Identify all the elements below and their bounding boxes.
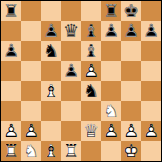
piece-glyph-outline: ♙	[141, 21, 161, 41]
square-b2[interactable]: ♟♙	[21, 121, 41, 141]
square-h1[interactable]	[141, 141, 161, 161]
square-h6[interactable]	[141, 41, 161, 61]
piece-glyph-outline: ♖	[1, 1, 21, 21]
piece-glyph-outline: ♙	[21, 121, 41, 141]
piece-glyph-outline: ♗	[81, 21, 101, 41]
square-e7[interactable]: ♝♗	[81, 21, 101, 41]
piece-black-rook[interactable]: ♜♖	[1, 1, 21, 21]
square-b6[interactable]	[21, 41, 41, 61]
square-a6[interactable]: ♟♙	[1, 41, 21, 61]
piece-black-pawn[interactable]: ♟♙	[1, 41, 21, 61]
square-h4[interactable]	[141, 81, 161, 101]
square-e6[interactable]: ♝♗	[81, 41, 101, 61]
square-g6[interactable]	[121, 41, 141, 61]
piece-glyph-outline: ♔	[121, 1, 141, 21]
square-h2[interactable]: ♟♙	[141, 121, 161, 141]
piece-white-rook[interactable]: ♜♖	[61, 141, 81, 161]
piece-glyph-outline: ♙	[121, 21, 141, 41]
piece-black-pawn[interactable]: ♟♙	[101, 21, 121, 41]
square-h5[interactable]	[141, 61, 161, 81]
square-b5[interactable]	[21, 61, 41, 81]
piece-black-pawn[interactable]: ♟♙	[141, 21, 161, 41]
piece-white-pawn[interactable]: ♟♙	[141, 121, 161, 141]
square-g2[interactable]: ♟♙	[121, 121, 141, 141]
piece-black-knight[interactable]: ♞♘	[41, 41, 61, 61]
piece-black-rook[interactable]: ♜♖	[101, 1, 121, 21]
piece-white-pawn[interactable]: ♟♙	[121, 121, 141, 141]
piece-glyph-outline: ♕	[81, 121, 101, 141]
square-g5[interactable]	[121, 61, 141, 81]
square-a3[interactable]	[1, 101, 21, 121]
square-a5[interactable]	[1, 61, 21, 81]
square-a8[interactable]: ♜♖	[1, 1, 21, 21]
piece-white-king[interactable]: ♚♔	[121, 141, 141, 161]
square-c1[interactable]: ♝♗	[41, 141, 61, 161]
square-d6[interactable]	[61, 41, 81, 61]
piece-black-knight[interactable]: ♞♘	[81, 81, 101, 101]
square-c2[interactable]	[41, 121, 61, 141]
piece-black-bishop[interactable]: ♝♗	[81, 41, 101, 61]
square-a1[interactable]: ♜♖	[1, 141, 21, 161]
piece-glyph-outline: ♙	[41, 21, 61, 41]
square-c8[interactable]	[41, 1, 61, 21]
piece-glyph-outline: ♙	[1, 121, 21, 141]
piece-white-queen[interactable]: ♛♕	[81, 121, 101, 141]
piece-glyph-outline: ♖	[61, 141, 81, 161]
piece-black-pawn[interactable]: ♟♙	[61, 61, 81, 81]
square-f3[interactable]: ♞♘	[101, 101, 121, 121]
piece-glyph-outline: ♘	[101, 101, 121, 121]
square-c4[interactable]: ♝♗	[41, 81, 61, 101]
piece-black-king[interactable]: ♚♔	[121, 1, 141, 21]
piece-black-bishop[interactable]: ♝♗	[81, 21, 101, 41]
piece-glyph-outline: ♙	[81, 61, 101, 81]
piece-white-pawn[interactable]: ♟♙	[101, 121, 121, 141]
square-e2[interactable]: ♛♕	[81, 121, 101, 141]
piece-white-bishop[interactable]: ♝♗	[41, 141, 61, 161]
piece-white-knight[interactable]: ♞♘	[21, 141, 41, 161]
square-a2[interactable]: ♟♙	[1, 121, 21, 141]
square-d1[interactable]: ♜♖	[61, 141, 81, 161]
square-c3[interactable]	[41, 101, 61, 121]
square-b4[interactable]	[21, 81, 41, 101]
square-d4[interactable]	[61, 81, 81, 101]
square-d7[interactable]: ♛♕	[61, 21, 81, 41]
piece-black-pawn[interactable]: ♟♙	[121, 21, 141, 41]
square-a7[interactable]	[1, 21, 21, 41]
piece-glyph-outline: ♖	[1, 141, 21, 161]
square-c7[interactable]: ♟♙	[41, 21, 61, 41]
piece-white-knight[interactable]: ♞♘	[101, 101, 121, 121]
piece-glyph-outline: ♗	[81, 41, 101, 61]
square-g4[interactable]	[121, 81, 141, 101]
square-e5[interactable]: ♟♙	[81, 61, 101, 81]
square-a4[interactable]	[1, 81, 21, 101]
square-b7[interactable]	[21, 21, 41, 41]
square-d5[interactable]: ♟♙	[61, 61, 81, 81]
square-c6[interactable]: ♞♘	[41, 41, 61, 61]
piece-glyph-outline: ♖	[101, 1, 121, 21]
square-f2[interactable]: ♟♙	[101, 121, 121, 141]
square-e8[interactable]	[81, 1, 101, 21]
piece-glyph-outline: ♘	[81, 81, 101, 101]
square-f5[interactable]	[101, 61, 121, 81]
square-f7[interactable]: ♟♙	[101, 21, 121, 41]
square-e1[interactable]	[81, 141, 101, 161]
square-c5[interactable]	[41, 61, 61, 81]
piece-glyph-outline: ♙	[1, 41, 21, 61]
piece-black-pawn[interactable]: ♟♙	[41, 21, 61, 41]
square-e4[interactable]: ♞♘	[81, 81, 101, 101]
piece-glyph-outline: ♘	[41, 41, 61, 61]
piece-white-bishop[interactable]: ♝♗	[41, 81, 61, 101]
piece-glyph-outline: ♙	[101, 121, 121, 141]
piece-glyph-outline: ♘	[21, 141, 41, 161]
piece-glyph-outline: ♙	[101, 21, 121, 41]
square-f4[interactable]	[101, 81, 121, 101]
square-d3[interactable]	[61, 101, 81, 121]
square-g1[interactable]: ♚♔	[121, 141, 141, 161]
piece-glyph-outline: ♙	[141, 121, 161, 141]
square-g7[interactable]: ♟♙	[121, 21, 141, 41]
square-d2[interactable]	[61, 121, 81, 141]
square-h8[interactable]	[141, 1, 161, 21]
piece-white-pawn[interactable]: ♟♙	[81, 61, 101, 81]
square-d8[interactable]	[61, 1, 81, 21]
piece-glyph-outline: ♕	[61, 21, 81, 41]
piece-white-pawn[interactable]: ♟♙	[1, 121, 21, 141]
square-h3[interactable]	[141, 101, 161, 121]
square-f6[interactable]	[101, 41, 121, 61]
piece-white-rook[interactable]: ♜♖	[1, 141, 21, 161]
square-b1[interactable]: ♞♘	[21, 141, 41, 161]
square-b8[interactable]	[21, 1, 41, 21]
square-e3[interactable]	[81, 101, 101, 121]
square-h7[interactable]: ♟♙	[141, 21, 161, 41]
square-g3[interactable]	[121, 101, 141, 121]
square-f1[interactable]	[101, 141, 121, 161]
piece-glyph-outline: ♔	[121, 141, 141, 161]
piece-glyph-outline: ♙	[121, 121, 141, 141]
square-g8[interactable]: ♚♔	[121, 1, 141, 21]
piece-glyph-outline: ♗	[41, 81, 61, 101]
piece-glyph-outline: ♗	[41, 141, 61, 161]
piece-white-pawn[interactable]: ♟♙	[21, 121, 41, 141]
piece-glyph-outline: ♙	[61, 61, 81, 81]
piece-black-queen[interactable]: ♛♕	[61, 21, 81, 41]
chess-board: ♜♖♜♖♚♔♟♙♛♕♝♗♟♙♟♙♟♙♟♙♞♘♝♗♟♙♟♙♝♗♞♘♞♘♟♙♟♙♛♕…	[0, 0, 162, 162]
square-f8[interactable]: ♜♖	[101, 1, 121, 21]
square-b3[interactable]	[21, 101, 41, 121]
